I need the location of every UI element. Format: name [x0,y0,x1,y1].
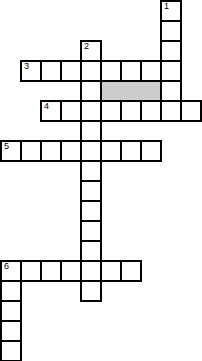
grid-cell[interactable] [140,60,162,82]
grid-cell[interactable] [0,320,22,342]
grid-cell[interactable] [40,60,62,82]
grid-cell[interactable] [60,140,82,162]
grid-cell[interactable] [160,60,182,82]
grid-cell[interactable]: 5 [0,140,22,162]
shaded-answer-region[interactable] [100,80,162,102]
grid-cell[interactable] [0,340,22,361]
grid-cell[interactable] [120,60,142,82]
grid-cell[interactable]: 1 [160,0,182,22]
grid-cell[interactable] [60,60,82,82]
grid-cell[interactable] [100,100,122,122]
grid-cell[interactable] [80,160,102,182]
grid-cell[interactable] [120,260,142,282]
grid-cell[interactable] [80,280,102,302]
clue-number: 6 [4,262,9,271]
clue-number: 3 [24,62,29,71]
grid-cell[interactable] [140,100,162,122]
grid-cell[interactable] [100,260,122,282]
grid-cell[interactable]: 3 [20,60,42,82]
grid-cell[interactable] [160,80,182,102]
grid-cell[interactable] [80,180,102,202]
grid-cell[interactable] [120,140,142,162]
grid-cell[interactable] [80,200,102,222]
clue-number: 4 [44,102,49,111]
grid-cell[interactable]: 6 [0,260,22,282]
grid-cell[interactable]: 2 [80,40,102,62]
grid-cell[interactable] [60,100,82,122]
grid-cell[interactable] [80,140,102,162]
grid-cell[interactable] [180,100,202,122]
grid-cell[interactable] [80,240,102,262]
grid-cell[interactable] [80,120,102,142]
grid-cell[interactable] [160,20,182,42]
clue-number: 5 [4,142,9,151]
grid-cell[interactable] [80,60,102,82]
grid-cell[interactable] [80,80,102,102]
grid-cell[interactable] [160,100,182,122]
grid-cell[interactable] [140,140,162,162]
grid-cell[interactable] [40,140,62,162]
grid-cell[interactable] [100,60,122,82]
grid-cell[interactable] [80,260,102,282]
grid-cell[interactable] [120,100,142,122]
grid-cell[interactable] [40,260,62,282]
clue-number: 1 [164,2,169,11]
crossword-board: 123456 [1,1,202,361]
grid-cell[interactable] [20,260,42,282]
grid-cell[interactable] [80,100,102,122]
grid-cell[interactable] [60,260,82,282]
clue-number: 2 [84,42,89,51]
grid-cell[interactable] [0,280,22,302]
grid-cell[interactable] [100,140,122,162]
grid-cell[interactable]: 4 [40,100,62,122]
grid-cell[interactable] [0,300,22,322]
grid-cell[interactable] [160,40,182,62]
grid-cell[interactable] [20,140,42,162]
grid-cell[interactable] [80,220,102,242]
